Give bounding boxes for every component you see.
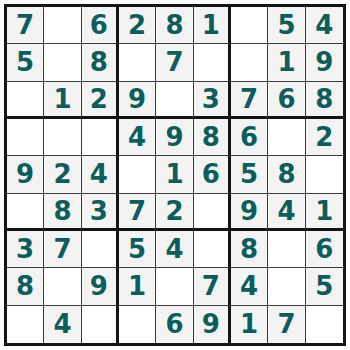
cell-r7c5: 4 — [156, 231, 193, 268]
cell-r7c9: 6 — [306, 231, 343, 268]
cell-r9c8: 7 — [268, 306, 305, 343]
cell-r3c8: 6 — [268, 82, 305, 119]
cell-r2c1: 5 — [7, 44, 44, 81]
cell-r1c9: 4 — [306, 7, 343, 44]
cell-r4c9: 2 — [306, 119, 343, 156]
cell-r3c5[interactable] — [156, 82, 193, 119]
cell-r9c2: 4 — [44, 306, 81, 343]
cell-r9c9[interactable] — [306, 306, 343, 343]
cell-r3c4: 9 — [119, 82, 156, 119]
cell-r8c1: 8 — [7, 268, 44, 305]
cell-r3c1[interactable] — [7, 82, 44, 119]
cell-r4c2[interactable] — [44, 119, 81, 156]
cell-r4c8[interactable] — [268, 119, 305, 156]
cell-r2c2[interactable] — [44, 44, 81, 81]
cell-r3c9: 8 — [306, 82, 343, 119]
cell-r7c6[interactable] — [194, 231, 231, 268]
cell-r1c1: 7 — [7, 7, 44, 44]
cell-r2c5: 7 — [156, 44, 193, 81]
cell-r5c7: 5 — [231, 156, 268, 193]
cell-r7c1: 3 — [7, 231, 44, 268]
cell-r4c5: 9 — [156, 119, 193, 156]
cell-r9c3[interactable] — [82, 306, 119, 343]
cell-r6c6[interactable] — [194, 194, 231, 231]
cell-r4c1[interactable] — [7, 119, 44, 156]
sudoku-board: 7628154587191293768498629241658837294137… — [4, 4, 346, 346]
cell-r3c6: 3 — [194, 82, 231, 119]
cell-r9c4[interactable] — [119, 306, 156, 343]
cell-r5c4[interactable] — [119, 156, 156, 193]
cell-r5c8: 8 — [268, 156, 305, 193]
cell-r2c9: 9 — [306, 44, 343, 81]
cell-r5c5: 1 — [156, 156, 193, 193]
cell-r9c7: 1 — [231, 306, 268, 343]
cell-r5c2: 2 — [44, 156, 81, 193]
cell-r8c6: 7 — [194, 268, 231, 305]
cell-r2c4[interactable] — [119, 44, 156, 81]
cell-r4c7: 6 — [231, 119, 268, 156]
cell-r1c7[interactable] — [231, 7, 268, 44]
cell-r6c5: 2 — [156, 194, 193, 231]
cell-r8c8[interactable] — [268, 268, 305, 305]
cell-r6c1[interactable] — [7, 194, 44, 231]
cell-r5c6: 6 — [194, 156, 231, 193]
cell-r6c8: 4 — [268, 194, 305, 231]
cell-r9c5: 6 — [156, 306, 193, 343]
cell-r5c1: 9 — [7, 156, 44, 193]
cell-r5c3: 4 — [82, 156, 119, 193]
cell-r6c2: 8 — [44, 194, 81, 231]
cell-r3c7: 7 — [231, 82, 268, 119]
cell-r8c4: 1 — [119, 268, 156, 305]
cell-r6c7: 9 — [231, 194, 268, 231]
cell-r4c3[interactable] — [82, 119, 119, 156]
cell-r6c9: 1 — [306, 194, 343, 231]
cell-r7c2: 7 — [44, 231, 81, 268]
cell-r6c3: 3 — [82, 194, 119, 231]
cell-r8c2[interactable] — [44, 268, 81, 305]
cell-r7c8[interactable] — [268, 231, 305, 268]
cell-r3c3: 2 — [82, 82, 119, 119]
cell-r2c8: 1 — [268, 44, 305, 81]
cell-r8c5[interactable] — [156, 268, 193, 305]
cell-r7c7: 8 — [231, 231, 268, 268]
cell-r1c6: 1 — [194, 7, 231, 44]
cell-r5c9[interactable] — [306, 156, 343, 193]
cell-r8c3: 9 — [82, 268, 119, 305]
cell-r2c3: 8 — [82, 44, 119, 81]
cell-r4c6: 8 — [194, 119, 231, 156]
cell-r8c9: 5 — [306, 268, 343, 305]
cell-r2c6[interactable] — [194, 44, 231, 81]
cell-r1c3: 6 — [82, 7, 119, 44]
cell-r7c4: 5 — [119, 231, 156, 268]
cell-r2c7[interactable] — [231, 44, 268, 81]
cell-r3c2: 1 — [44, 82, 81, 119]
cell-r1c5: 8 — [156, 7, 193, 44]
cell-r8c7: 4 — [231, 268, 268, 305]
cell-r4c4: 4 — [119, 119, 156, 156]
cell-r9c6: 9 — [194, 306, 231, 343]
cell-r1c4: 2 — [119, 7, 156, 44]
cell-r1c8: 5 — [268, 7, 305, 44]
sudoku-board-wrap: 7628154587191293768498629241658837294137… — [4, 4, 346, 346]
cell-r9c1[interactable] — [7, 306, 44, 343]
cell-r1c2[interactable] — [44, 7, 81, 44]
cell-r6c4: 7 — [119, 194, 156, 231]
cell-r7c3[interactable] — [82, 231, 119, 268]
